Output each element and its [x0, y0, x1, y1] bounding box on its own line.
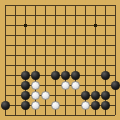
board-cell[interactable] — [70, 10, 80, 20]
board-cell[interactable] — [30, 90, 40, 100]
board-cell[interactable] — [80, 60, 90, 70]
board-cell[interactable] — [30, 100, 40, 110]
board-cell[interactable] — [100, 50, 110, 60]
board-cell[interactable] — [90, 60, 100, 70]
board-cell[interactable] — [50, 110, 60, 120]
black-stone — [31, 71, 40, 80]
board-cell[interactable] — [100, 20, 110, 30]
board-cell[interactable] — [80, 90, 90, 100]
board-cell[interactable] — [0, 10, 10, 20]
board-cell[interactable] — [100, 70, 110, 80]
board-cell[interactable] — [60, 10, 70, 20]
board-cell[interactable] — [100, 110, 110, 120]
black-stone — [81, 91, 90, 100]
board-cell[interactable] — [50, 60, 60, 70]
board-cell[interactable] — [80, 110, 90, 120]
board-cell[interactable] — [20, 70, 30, 80]
board-cell[interactable] — [110, 30, 120, 40]
board-cell[interactable] — [110, 20, 120, 30]
board-cell[interactable] — [0, 70, 10, 80]
board-cell[interactable] — [0, 30, 10, 40]
board-cell[interactable] — [100, 60, 110, 70]
board-cell[interactable] — [30, 40, 40, 50]
board-cell[interactable] — [0, 60, 10, 70]
board-cell[interactable] — [70, 0, 80, 10]
board-cell[interactable] — [70, 60, 80, 70]
board-cell[interactable] — [0, 90, 10, 100]
black-stone — [51, 71, 60, 80]
board-cell[interactable] — [40, 70, 50, 80]
board-cell[interactable] — [70, 50, 80, 60]
board-cell[interactable] — [70, 30, 80, 40]
board-cell[interactable] — [60, 0, 70, 10]
white-stone — [31, 91, 40, 100]
board-cell[interactable] — [0, 110, 10, 120]
board-cell[interactable] — [110, 0, 120, 10]
board-cell[interactable] — [70, 90, 80, 100]
board-cell[interactable] — [50, 70, 60, 80]
board-cell[interactable] — [50, 30, 60, 40]
black-stone — [101, 101, 110, 110]
board-cell[interactable] — [40, 0, 50, 10]
board-cell[interactable] — [30, 20, 40, 30]
board-cell[interactable] — [50, 20, 60, 30]
board-cell[interactable] — [70, 110, 80, 120]
board-cell[interactable] — [40, 20, 50, 30]
board-cell[interactable] — [40, 110, 50, 120]
board-cell[interactable] — [50, 50, 60, 60]
board-cell[interactable] — [0, 20, 10, 30]
board-cell[interactable] — [80, 100, 90, 110]
board-cell[interactable] — [60, 80, 70, 90]
board-cell[interactable] — [50, 100, 60, 110]
black-stone — [101, 91, 110, 100]
board-cell[interactable] — [90, 50, 100, 60]
board-cell[interactable] — [30, 0, 40, 10]
black-stone — [21, 91, 30, 100]
black-stone — [71, 71, 80, 80]
board-cell[interactable] — [40, 30, 50, 40]
board-cell[interactable] — [20, 90, 30, 100]
board-cell[interactable] — [30, 110, 40, 120]
board-cell[interactable] — [70, 80, 80, 90]
board-cell[interactable] — [50, 0, 60, 10]
white-stone — [51, 101, 60, 110]
board-cell[interactable] — [10, 50, 20, 60]
board-cell[interactable] — [100, 0, 110, 10]
board-cell[interactable] — [50, 10, 60, 20]
go-board — [0, 0, 120, 120]
board-cell[interactable] — [60, 90, 70, 100]
board-cell[interactable] — [60, 60, 70, 70]
board-cell[interactable] — [0, 80, 10, 90]
board-cell[interactable] — [20, 10, 30, 20]
board-cell[interactable] — [70, 70, 80, 80]
board-cell[interactable] — [10, 60, 20, 70]
board-cell[interactable] — [80, 50, 90, 60]
board-cell[interactable] — [90, 20, 100, 30]
board-cell[interactable] — [10, 10, 20, 20]
board-cell[interactable] — [30, 30, 40, 40]
board-cell[interactable] — [50, 80, 60, 90]
board-cell[interactable] — [60, 70, 70, 80]
board-cell[interactable] — [90, 40, 100, 50]
board-cell[interactable] — [30, 50, 40, 60]
board-cell[interactable] — [0, 50, 10, 60]
board-cell[interactable] — [20, 60, 30, 70]
board-cell[interactable] — [80, 70, 90, 80]
board-cell[interactable] — [60, 50, 70, 60]
board-cell[interactable] — [80, 20, 90, 30]
board-cell[interactable] — [10, 30, 20, 40]
board-cell[interactable] — [40, 80, 50, 90]
board-cell[interactable] — [100, 30, 110, 40]
board-cell[interactable] — [20, 50, 30, 60]
board-cell[interactable] — [40, 90, 50, 100]
board-cell[interactable] — [10, 40, 20, 50]
white-stone — [61, 81, 70, 90]
board-cell[interactable] — [10, 90, 20, 100]
board-cell[interactable] — [60, 100, 70, 110]
board-cell[interactable] — [40, 10, 50, 20]
board-cell[interactable] — [60, 110, 70, 120]
board-cell[interactable] — [30, 10, 40, 20]
black-stone — [111, 81, 120, 90]
board-cell[interactable] — [90, 100, 100, 110]
board-cell[interactable] — [110, 90, 120, 100]
board-cell[interactable] — [40, 100, 50, 110]
board-cell[interactable] — [10, 100, 20, 110]
white-stone — [31, 101, 40, 110]
board-cell[interactable] — [10, 80, 20, 90]
board-cell[interactable] — [80, 80, 90, 90]
board-cell[interactable] — [0, 0, 10, 10]
board-cell[interactable] — [80, 10, 90, 20]
board-cell[interactable] — [80, 0, 90, 10]
board-cell[interactable] — [90, 80, 100, 90]
board-cell[interactable] — [110, 40, 120, 50]
board-cell[interactable] — [30, 80, 40, 90]
black-stone — [91, 101, 100, 110]
board-cell[interactable] — [90, 10, 100, 20]
black-stone — [21, 101, 30, 110]
board-cell[interactable] — [80, 30, 90, 40]
board-cell[interactable] — [110, 60, 120, 70]
board-cell[interactable] — [110, 80, 120, 90]
board-cell[interactable] — [30, 60, 40, 70]
board-cell[interactable] — [10, 110, 20, 120]
board-cell[interactable] — [60, 30, 70, 40]
black-stone — [21, 71, 30, 80]
board-cell[interactable] — [10, 0, 20, 10]
board-cell[interactable] — [110, 110, 120, 120]
white-stone — [81, 101, 90, 110]
black-stone — [61, 71, 70, 80]
go-grid — [0, 0, 120, 120]
board-cell[interactable] — [40, 40, 50, 50]
board-cell[interactable] — [20, 80, 30, 90]
board-cell[interactable] — [20, 20, 30, 30]
board-cell[interactable] — [20, 40, 30, 50]
board-cell[interactable] — [0, 100, 10, 110]
board-cell[interactable] — [90, 0, 100, 10]
board-cell[interactable] — [60, 20, 70, 30]
white-stone — [31, 81, 40, 90]
board-cell[interactable] — [40, 50, 50, 60]
board-cell[interactable] — [10, 70, 20, 80]
board-cell[interactable] — [70, 40, 80, 50]
board-cell[interactable] — [40, 60, 50, 70]
board-cell[interactable] — [90, 90, 100, 100]
black-stone — [91, 91, 100, 100]
board-cell[interactable] — [110, 50, 120, 60]
board-cell[interactable] — [110, 70, 120, 80]
board-cell[interactable] — [50, 40, 60, 50]
board-cell[interactable] — [0, 40, 10, 50]
black-stone — [21, 81, 30, 90]
board-cell[interactable] — [90, 110, 100, 120]
board-cell[interactable] — [30, 70, 40, 80]
board-cell[interactable] — [100, 80, 110, 90]
board-cell[interactable] — [70, 20, 80, 30]
board-cell[interactable] — [50, 90, 60, 100]
board-cell[interactable] — [70, 100, 80, 110]
white-stone — [71, 81, 80, 90]
board-cell[interactable] — [100, 100, 110, 110]
board-cell[interactable] — [20, 110, 30, 120]
black-stone — [1, 101, 10, 110]
board-cell[interactable] — [10, 20, 20, 30]
board-cell[interactable] — [100, 90, 110, 100]
board-cell[interactable] — [20, 100, 30, 110]
black-stone — [101, 71, 110, 80]
board-cell[interactable] — [100, 10, 110, 20]
board-cell[interactable] — [80, 40, 90, 50]
board-cell[interactable] — [110, 10, 120, 20]
white-stone — [41, 91, 50, 100]
board-cell[interactable] — [60, 40, 70, 50]
board-cell[interactable] — [110, 100, 120, 110]
board-cell[interactable] — [90, 30, 100, 40]
board-cell[interactable] — [20, 0, 30, 10]
board-cell[interactable] — [100, 40, 110, 50]
board-cell[interactable] — [20, 30, 30, 40]
board-cell[interactable] — [90, 70, 100, 80]
